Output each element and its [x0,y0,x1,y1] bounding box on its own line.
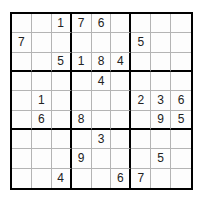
cell-r4c6[interactable] [111,72,131,91]
given-digit: 5 [178,113,185,125]
given-digit: 5 [157,152,164,164]
cell-r4c7[interactable] [131,72,151,91]
cell-r2c5[interactable] [92,33,112,52]
cell-r7c4[interactable] [72,130,92,149]
cell-r3c6[interactable]: 4 [111,53,131,72]
given-digit: 5 [137,36,144,48]
cell-r9c9[interactable] [171,169,191,188]
cell-r3c4[interactable]: 1 [72,53,92,72]
cell-r4c4[interactable] [72,72,92,91]
cell-r3c1[interactable] [12,53,32,72]
cell-r6c7[interactable] [131,111,151,130]
cell-r3c9[interactable] [171,53,191,72]
cell-r4c2[interactable] [32,72,52,91]
cell-r5c6[interactable] [111,91,131,110]
cell-r5c3[interactable] [52,91,72,110]
given-digit: 6 [178,94,185,106]
cell-r2c3[interactable] [52,33,72,52]
cell-r5c7[interactable]: 2 [131,91,151,110]
cell-r8c5[interactable] [92,149,112,168]
cell-r1c2[interactable] [32,14,52,33]
cell-r4c8[interactable] [151,72,171,91]
cell-r1c5[interactable]: 6 [92,14,112,33]
cell-r1c9[interactable] [171,14,191,33]
cell-r6c9[interactable]: 5 [171,111,191,130]
given-digit: 8 [78,113,85,125]
cell-r1c3[interactable]: 1 [52,14,72,33]
cell-r9c8[interactable] [151,169,171,188]
cell-r2c4[interactable] [72,33,92,52]
cell-r9c6[interactable]: 6 [111,169,131,188]
cell-r9c2[interactable] [32,169,52,188]
cell-r5c8[interactable]: 3 [151,91,171,110]
given-digit: 4 [57,172,64,184]
cell-r4c1[interactable] [12,72,32,91]
cell-r7c7[interactable] [131,130,151,149]
given-digit: 5 [57,55,64,67]
cell-r8c6[interactable] [111,149,131,168]
cell-r5c1[interactable] [12,91,32,110]
cell-r4c9[interactable] [171,72,191,91]
cell-r8c3[interactable] [52,149,72,168]
cell-r7c8[interactable] [151,130,171,149]
cell-r8c8[interactable]: 5 [151,149,171,168]
cell-r7c1[interactable] [12,130,32,149]
given-digit: 7 [18,36,25,48]
cell-r1c6[interactable] [111,14,131,33]
cell-r4c5[interactable]: 4 [92,72,112,91]
cell-r3c8[interactable] [151,53,171,72]
cell-r7c6[interactable] [111,130,131,149]
cell-r7c9[interactable] [171,130,191,149]
cell-r2c8[interactable] [151,33,171,52]
cell-r7c5[interactable]: 3 [92,130,112,149]
given-digit: 9 [78,152,85,164]
sudoku-page: © LiveSudoku.com 17675518441236689539546… [0,0,200,200]
given-digit: 6 [98,17,105,29]
cell-r9c7[interactable]: 7 [131,169,151,188]
cell-r6c3[interactable] [52,111,72,130]
cell-r2c1[interactable]: 7 [12,33,32,52]
given-digit: 4 [98,75,105,87]
cell-r8c4[interactable]: 9 [72,149,92,168]
cell-r1c4[interactable]: 7 [72,14,92,33]
cell-r7c2[interactable] [32,130,52,149]
cell-r3c5[interactable]: 8 [92,53,112,72]
cell-r8c9[interactable] [171,149,191,168]
cell-r4c3[interactable] [52,72,72,91]
cell-r6c2[interactable]: 6 [32,111,52,130]
given-digit: 4 [117,55,124,67]
given-digit: 6 [38,113,45,125]
cell-r7c3[interactable] [52,130,72,149]
cell-r8c2[interactable] [32,149,52,168]
cell-r8c7[interactable] [131,149,151,168]
cell-r2c6[interactable] [111,33,131,52]
cell-r1c1[interactable] [12,14,32,33]
sudoku-board: 176755184412366895395467 [10,12,193,190]
cell-r6c6[interactable] [111,111,131,130]
cell-r2c9[interactable] [171,33,191,52]
cell-r3c7[interactable] [131,53,151,72]
given-digit: 3 [157,94,164,106]
cell-r3c2[interactable] [32,53,52,72]
cell-r8c1[interactable] [12,149,32,168]
given-digit: 1 [78,55,85,67]
cell-r9c5[interactable] [92,169,112,188]
given-digit: 6 [117,172,124,184]
given-digit: 3 [98,133,105,145]
cell-r6c5[interactable] [92,111,112,130]
cell-r6c8[interactable]: 9 [151,111,171,130]
cell-r1c7[interactable] [131,14,151,33]
given-digit: 8 [98,55,105,67]
cell-r2c2[interactable] [32,33,52,52]
cell-r6c1[interactable] [12,111,32,130]
cell-r9c1[interactable] [12,169,32,188]
cell-r9c4[interactable] [72,169,92,188]
cell-r5c5[interactable] [92,91,112,110]
given-digit: 2 [137,94,144,106]
cell-r3c3[interactable]: 5 [52,53,72,72]
cell-r5c2[interactable]: 1 [32,91,52,110]
given-digit: 7 [78,17,85,29]
cell-r2c7[interactable]: 5 [131,33,151,52]
given-digit: 1 [38,94,45,106]
given-digit: 1 [57,17,64,29]
cell-r5c4[interactable] [72,91,92,110]
cell-r5c9[interactable]: 6 [171,91,191,110]
cell-r1c8[interactable] [151,14,171,33]
given-digit: 7 [137,172,144,184]
cell-r9c3[interactable]: 4 [52,169,72,188]
given-digit: 9 [157,113,164,125]
cell-r6c4[interactable]: 8 [72,111,92,130]
